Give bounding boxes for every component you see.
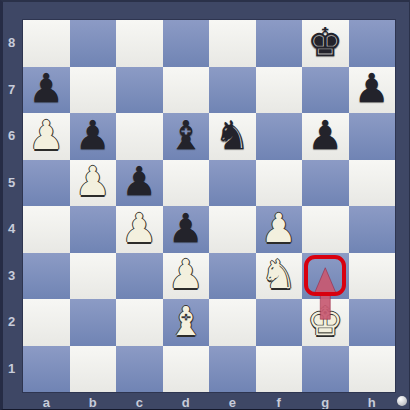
square-h7[interactable]: ♟ xyxy=(349,67,396,114)
square-a5[interactable] xyxy=(23,160,70,207)
piece-white-knight[interactable]: ♞ xyxy=(261,254,297,294)
square-d4[interactable]: ♟ xyxy=(163,206,210,253)
square-f2[interactable] xyxy=(256,299,303,346)
square-a2[interactable] xyxy=(23,299,70,346)
file-label-a: a xyxy=(23,395,70,410)
square-d5[interactable] xyxy=(163,160,210,207)
square-h8[interactable] xyxy=(349,20,396,67)
square-e8[interactable] xyxy=(209,20,256,67)
square-h5[interactable] xyxy=(349,160,396,207)
square-h4[interactable] xyxy=(349,206,396,253)
square-g7[interactable] xyxy=(302,67,349,114)
piece-white-pawn[interactable]: ♟ xyxy=(28,115,64,155)
square-b3[interactable] xyxy=(70,253,117,300)
file-label-b: b xyxy=(70,395,117,410)
file-label-f: f xyxy=(256,395,303,410)
square-b8[interactable] xyxy=(70,20,117,67)
square-d7[interactable] xyxy=(163,67,210,114)
piece-white-pawn[interactable]: ♟ xyxy=(168,254,204,294)
chess-board-frame: ♚♟♟♟♟♝♞♟♟♟♟♟♟♟♞♝♚ 87654321abcdefgh xyxy=(0,0,410,410)
square-g5[interactable] xyxy=(302,160,349,207)
square-h2[interactable] xyxy=(349,299,396,346)
piece-white-pawn[interactable]: ♟ xyxy=(261,208,297,248)
square-e7[interactable] xyxy=(209,67,256,114)
square-e4[interactable] xyxy=(209,206,256,253)
piece-black-pawn[interactable]: ♟ xyxy=(28,68,64,108)
square-c1[interactable] xyxy=(116,346,163,393)
square-d2[interactable]: ♝ xyxy=(163,299,210,346)
square-a3[interactable] xyxy=(23,253,70,300)
piece-white-bishop[interactable]: ♝ xyxy=(168,301,204,341)
square-a7[interactable]: ♟ xyxy=(23,67,70,114)
resize-grip-dot[interactable] xyxy=(397,396,407,406)
square-h1[interactable] xyxy=(349,346,396,393)
square-f1[interactable] xyxy=(256,346,303,393)
square-c8[interactable] xyxy=(116,20,163,67)
square-c5[interactable]: ♟ xyxy=(116,160,163,207)
square-b5[interactable]: ♟ xyxy=(70,160,117,207)
square-f7[interactable] xyxy=(256,67,303,114)
square-d1[interactable] xyxy=(163,346,210,393)
square-a1[interactable] xyxy=(23,346,70,393)
square-g4[interactable] xyxy=(302,206,349,253)
rank-label-7: 7 xyxy=(3,82,20,97)
piece-black-pawn[interactable]: ♟ xyxy=(307,115,343,155)
square-a6[interactable]: ♟ xyxy=(23,113,70,160)
piece-black-pawn[interactable]: ♟ xyxy=(354,68,390,108)
square-c3[interactable] xyxy=(116,253,163,300)
piece-white-pawn[interactable]: ♟ xyxy=(121,208,157,248)
square-g2[interactable]: ♚ xyxy=(302,299,349,346)
file-label-g: g xyxy=(302,395,349,410)
square-e2[interactable] xyxy=(209,299,256,346)
rank-label-5: 5 xyxy=(3,175,20,190)
square-c4[interactable]: ♟ xyxy=(116,206,163,253)
file-label-e: e xyxy=(209,395,256,410)
square-g3[interactable] xyxy=(302,253,349,300)
rank-label-2: 2 xyxy=(3,314,20,329)
square-f5[interactable] xyxy=(256,160,303,207)
square-e3[interactable] xyxy=(209,253,256,300)
file-label-c: c xyxy=(116,395,163,410)
square-f8[interactable] xyxy=(256,20,303,67)
square-c7[interactable] xyxy=(116,67,163,114)
square-d6[interactable]: ♝ xyxy=(163,113,210,160)
square-c2[interactable] xyxy=(116,299,163,346)
file-label-h: h xyxy=(349,395,396,410)
square-d8[interactable] xyxy=(163,20,210,67)
square-e6[interactable]: ♞ xyxy=(209,113,256,160)
piece-black-bishop[interactable]: ♝ xyxy=(168,115,204,155)
piece-white-king[interactable]: ♚ xyxy=(307,301,343,341)
square-c6[interactable] xyxy=(116,113,163,160)
square-b1[interactable] xyxy=(70,346,117,393)
rank-label-6: 6 xyxy=(3,128,20,143)
piece-black-king[interactable]: ♚ xyxy=(307,22,343,62)
square-b7[interactable] xyxy=(70,67,117,114)
square-f4[interactable]: ♟ xyxy=(256,206,303,253)
square-b2[interactable] xyxy=(70,299,117,346)
piece-black-pawn[interactable]: ♟ xyxy=(168,208,204,248)
piece-black-pawn[interactable]: ♟ xyxy=(121,161,157,201)
square-g8[interactable]: ♚ xyxy=(302,20,349,67)
square-a8[interactable] xyxy=(23,20,70,67)
chess-board: ♚♟♟♟♟♝♞♟♟♟♟♟♟♟♞♝♚ xyxy=(23,20,395,392)
rank-label-3: 3 xyxy=(3,268,20,283)
square-g6[interactable]: ♟ xyxy=(302,113,349,160)
rank-label-1: 1 xyxy=(3,361,20,376)
piece-black-knight[interactable]: ♞ xyxy=(214,115,250,155)
square-h6[interactable] xyxy=(349,113,396,160)
square-d3[interactable]: ♟ xyxy=(163,253,210,300)
piece-white-pawn[interactable]: ♟ xyxy=(75,161,111,201)
rank-label-8: 8 xyxy=(3,35,20,50)
square-b6[interactable]: ♟ xyxy=(70,113,117,160)
square-g1[interactable] xyxy=(302,346,349,393)
square-h3[interactable] xyxy=(349,253,396,300)
square-e5[interactable] xyxy=(209,160,256,207)
square-a4[interactable] xyxy=(23,206,70,253)
square-b4[interactable] xyxy=(70,206,117,253)
file-label-d: d xyxy=(163,395,210,410)
piece-black-pawn[interactable]: ♟ xyxy=(75,115,111,155)
rank-label-4: 4 xyxy=(3,221,20,236)
square-f3[interactable]: ♞ xyxy=(256,253,303,300)
square-e1[interactable] xyxy=(209,346,256,393)
square-f6[interactable] xyxy=(256,113,303,160)
